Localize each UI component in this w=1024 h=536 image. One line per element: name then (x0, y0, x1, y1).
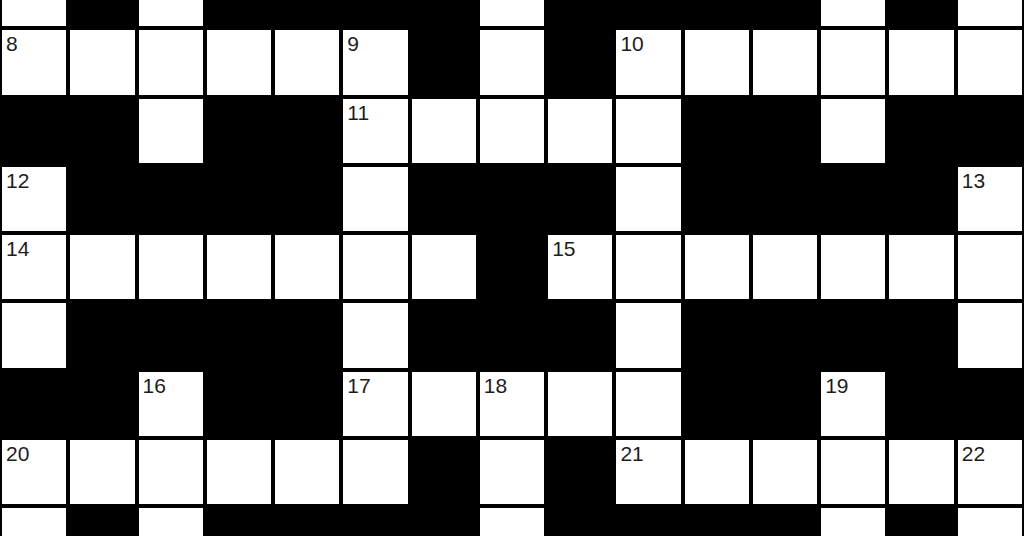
black-cell-r0-c10 (683, 0, 751, 28)
white-cell-r8-c2[interactable] (137, 506, 205, 536)
white-cell-r6-c8[interactable] (546, 370, 614, 438)
black-cell-r2-c14 (956, 97, 1024, 165)
white-cell-r1-c9[interactable]: 10 (614, 28, 682, 96)
clue-number-21: 21 (616, 440, 680, 464)
white-cell-r3-c14[interactable]: 13 (956, 165, 1024, 233)
black-cell-r3-c7 (478, 165, 546, 233)
black-cell-r5-c10 (683, 301, 751, 369)
black-cell-r6-c3 (205, 370, 273, 438)
white-cell-r4-c10[interactable] (683, 233, 751, 301)
white-cell-r4-c1[interactable] (68, 233, 136, 301)
black-cell-r0-c3 (205, 0, 273, 28)
white-cell-r8-c7[interactable] (478, 506, 546, 536)
white-cell-r0-c7[interactable] (478, 0, 546, 28)
white-cell-r3-c5[interactable] (341, 165, 409, 233)
white-cell-r4-c6[interactable] (410, 233, 478, 301)
white-cell-r0-c2[interactable] (137, 0, 205, 28)
clue-number-16: 16 (139, 372, 203, 396)
black-cell-r8-c9 (614, 506, 682, 536)
black-cell-r2-c10 (683, 97, 751, 165)
white-cell-r7-c4[interactable] (273, 438, 341, 506)
black-cell-r0-c5 (341, 0, 409, 28)
black-cell-r2-c11 (751, 97, 819, 165)
black-cell-r5-c12 (819, 301, 887, 369)
black-cell-r5-c11 (751, 301, 819, 369)
black-cell-r2-c1 (68, 97, 136, 165)
white-cell-r1-c11[interactable] (751, 28, 819, 96)
white-cell-r6-c2[interactable]: 16 (137, 370, 205, 438)
black-cell-r3-c1 (68, 165, 136, 233)
black-cell-r4-c7 (478, 233, 546, 301)
black-cell-r8-c6 (410, 506, 478, 536)
white-cell-r2-c12[interactable] (819, 97, 887, 165)
black-cell-r1-c8 (546, 28, 614, 96)
black-cell-r5-c7 (478, 301, 546, 369)
black-cell-r3-c2 (137, 165, 205, 233)
black-cell-r0-c9 (614, 0, 682, 28)
black-cell-r3-c11 (751, 165, 819, 233)
clue-number-20: 20 (2, 440, 66, 464)
white-cell-r3-c9[interactable] (614, 165, 682, 233)
black-cell-r6-c11 (751, 370, 819, 438)
white-cell-r2-c6[interactable] (410, 97, 478, 165)
black-cell-r7-c8 (546, 438, 614, 506)
black-cell-r6-c1 (68, 370, 136, 438)
black-cell-r6-c10 (683, 370, 751, 438)
black-cell-r5-c6 (410, 301, 478, 369)
clue-number-15: 15 (548, 235, 612, 259)
black-cell-r5-c8 (546, 301, 614, 369)
white-cell-r7-c3[interactable] (205, 438, 273, 506)
white-cell-r7-c9[interactable]: 21 (614, 438, 682, 506)
white-cell-r6-c7[interactable]: 18 (478, 370, 546, 438)
black-cell-r7-c6 (410, 438, 478, 506)
white-cell-r5-c14[interactable] (956, 301, 1024, 369)
clue-number-10: 10 (616, 30, 680, 54)
white-cell-r7-c5[interactable] (341, 438, 409, 506)
black-cell-r0-c13 (887, 0, 955, 28)
white-cell-r4-c3[interactable] (205, 233, 273, 301)
white-cell-r8-c12[interactable] (819, 506, 887, 536)
white-cell-r4-c14[interactable] (956, 233, 1024, 301)
white-cell-r1-c2[interactable] (137, 28, 205, 96)
white-cell-r4-c13[interactable] (887, 233, 955, 301)
white-cell-r0-c0[interactable] (0, 0, 68, 28)
white-cell-r1-c3[interactable] (205, 28, 273, 96)
white-cell-r1-c0[interactable]: 8 (0, 28, 68, 96)
black-cell-r0-c11 (751, 0, 819, 28)
white-cell-r7-c13[interactable] (887, 438, 955, 506)
white-cell-r4-c4[interactable] (273, 233, 341, 301)
white-cell-r8-c0[interactable] (0, 506, 68, 536)
white-cell-r5-c9[interactable] (614, 301, 682, 369)
black-cell-r0-c1 (68, 0, 136, 28)
white-cell-r4-c11[interactable] (751, 233, 819, 301)
black-cell-r8-c13 (887, 506, 955, 536)
black-cell-r6-c0 (0, 370, 68, 438)
white-cell-r0-c12[interactable] (819, 0, 887, 28)
black-cell-r3-c6 (410, 165, 478, 233)
white-cell-r7-c1[interactable] (68, 438, 136, 506)
black-cell-r3-c3 (205, 165, 273, 233)
black-cell-r8-c3 (205, 506, 273, 536)
white-cell-r0-c14[interactable] (956, 0, 1024, 28)
black-cell-r2-c3 (205, 97, 273, 165)
white-cell-r7-c10[interactable] (683, 438, 751, 506)
white-cell-r7-c0[interactable]: 20 (0, 438, 68, 506)
black-cell-r1-c6 (410, 28, 478, 96)
clue-number-9: 9 (343, 30, 407, 54)
black-cell-r8-c8 (546, 506, 614, 536)
white-cell-r3-c0[interactable]: 12 (0, 165, 68, 233)
black-cell-r5-c1 (68, 301, 136, 369)
black-cell-r8-c11 (751, 506, 819, 536)
white-cell-r1-c4[interactable] (273, 28, 341, 96)
white-cell-r1-c7[interactable] (478, 28, 546, 96)
white-cell-r2-c8[interactable] (546, 97, 614, 165)
black-cell-r2-c0 (0, 97, 68, 165)
white-cell-r4-c5[interactable] (341, 233, 409, 301)
white-cell-r4-c2[interactable] (137, 233, 205, 301)
white-cell-r5-c5[interactable] (341, 301, 409, 369)
black-cell-r5-c2 (137, 301, 205, 369)
white-cell-r2-c2[interactable] (137, 97, 205, 165)
black-cell-r8-c10 (683, 506, 751, 536)
black-cell-r8-c4 (273, 506, 341, 536)
white-cell-r2-c7[interactable] (478, 97, 546, 165)
white-cell-r1-c5[interactable]: 9 (341, 28, 409, 96)
black-cell-r6-c4 (273, 370, 341, 438)
black-cell-r3-c4 (273, 165, 341, 233)
white-cell-r7-c11[interactable] (751, 438, 819, 506)
clue-number-22: 22 (958, 440, 1022, 464)
black-cell-r5-c13 (887, 301, 955, 369)
black-cell-r3-c10 (683, 165, 751, 233)
black-cell-r5-c4 (273, 301, 341, 369)
white-cell-r6-c9[interactable] (614, 370, 682, 438)
white-cell-r2-c5[interactable]: 11 (341, 97, 409, 165)
white-cell-r7-c7[interactable] (478, 438, 546, 506)
clue-number-12: 12 (2, 167, 66, 191)
white-cell-r4-c0[interactable]: 14 (0, 233, 68, 301)
white-cell-r6-c6[interactable] (410, 370, 478, 438)
black-cell-r5-c3 (205, 301, 273, 369)
white-cell-r1-c1[interactable] (68, 28, 136, 96)
black-cell-r3-c8 (546, 165, 614, 233)
white-cell-r2-c9[interactable] (614, 97, 682, 165)
clue-number-8: 8 (2, 30, 66, 54)
black-cell-r3-c12 (819, 165, 887, 233)
clue-number-11: 11 (343, 99, 407, 123)
white-cell-r4-c8[interactable]: 15 (546, 233, 614, 301)
black-cell-r6-c13 (887, 370, 955, 438)
white-cell-r8-c14[interactable] (956, 506, 1024, 536)
white-cell-r7-c2[interactable] (137, 438, 205, 506)
white-cell-r1-c12[interactable] (819, 28, 887, 96)
white-cell-r4-c12[interactable] (819, 233, 887, 301)
clue-number-13: 13 (958, 167, 1022, 191)
clue-number-18: 18 (480, 372, 544, 396)
white-cell-r7-c14[interactable]: 22 (956, 438, 1024, 506)
black-cell-r0-c4 (273, 0, 341, 28)
white-cell-r6-c12[interactable]: 19 (819, 370, 887, 438)
white-cell-r6-c5[interactable]: 17 (341, 370, 409, 438)
black-cell-r0-c8 (546, 0, 614, 28)
black-cell-r3-c13 (887, 165, 955, 233)
black-cell-r2-c13 (887, 97, 955, 165)
white-cell-r4-c9[interactable] (614, 233, 682, 301)
white-cell-r1-c14[interactable] (956, 28, 1024, 96)
clue-number-19: 19 (821, 372, 885, 396)
crossword-board: 8910111213141516171819202122 (0, 0, 1024, 536)
black-cell-r0-c6 (410, 0, 478, 28)
white-cell-r1-c10[interactable] (683, 28, 751, 96)
black-cell-r6-c14 (956, 370, 1024, 438)
white-cell-r7-c12[interactable] (819, 438, 887, 506)
white-cell-r5-c0[interactable] (0, 301, 68, 369)
clue-number-17: 17 (343, 372, 407, 396)
black-cell-r2-c4 (273, 97, 341, 165)
black-cell-r8-c1 (68, 506, 136, 536)
white-cell-r1-c13[interactable] (887, 28, 955, 96)
clue-number-14: 14 (2, 235, 66, 259)
black-cell-r8-c5 (341, 506, 409, 536)
